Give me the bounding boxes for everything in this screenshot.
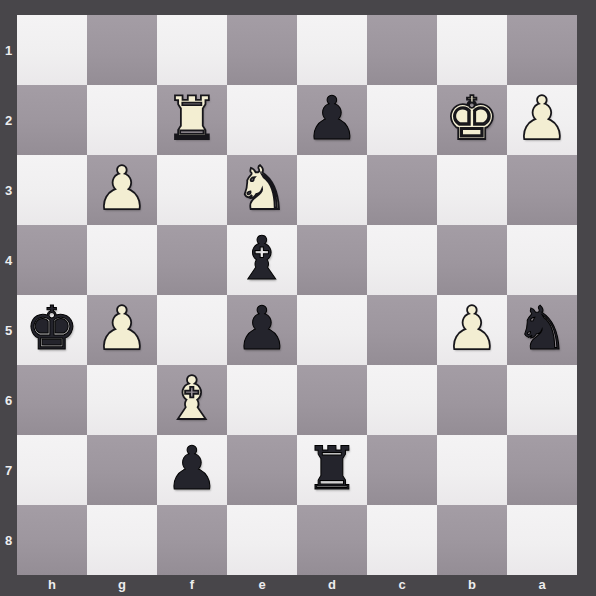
square-e7[interactable] [227,435,297,505]
piece-black-pawn-d2[interactable]: ♟ [305,88,359,148]
square-c8[interactable] [367,505,437,575]
piece-white-pawn-g3[interactable]: ♟ [95,158,149,218]
rank-label-4: 4 [0,225,17,295]
square-c3[interactable] [367,155,437,225]
square-c5[interactable] [367,295,437,365]
piece-black-pawn-f7[interactable]: ♟ [165,438,219,498]
square-g7[interactable] [87,435,157,505]
square-g5[interactable]: ♟ [87,295,157,365]
square-f2[interactable]: ♜ [157,85,227,155]
square-g8[interactable] [87,505,157,575]
piece-black-rook-d7[interactable]: ♜ [305,438,359,498]
square-e1[interactable] [227,15,297,85]
square-h3[interactable] [17,155,87,225]
square-a3[interactable] [507,155,577,225]
square-e8[interactable] [227,505,297,575]
square-g1[interactable] [87,15,157,85]
board-frame: 12345678 ♜♟♚♟♟♞♝♚♟♟♟♞♝♟♜ hgfedcba [0,0,596,596]
rank-label-3: 3 [0,155,17,225]
square-g6[interactable] [87,365,157,435]
square-b5[interactable]: ♟ [437,295,507,365]
square-c6[interactable] [367,365,437,435]
piece-black-bishop-e4[interactable]: ♝ [235,228,289,288]
square-h4[interactable] [17,225,87,295]
square-g3[interactable]: ♟ [87,155,157,225]
square-e4[interactable]: ♝ [227,225,297,295]
piece-black-pawn-e5[interactable]: ♟ [235,298,289,358]
square-f7[interactable]: ♟ [157,435,227,505]
square-g2[interactable] [87,85,157,155]
square-b6[interactable] [437,365,507,435]
file-label-d: d [297,575,367,596]
square-f6[interactable]: ♝ [157,365,227,435]
square-a6[interactable] [507,365,577,435]
square-a7[interactable] [507,435,577,505]
file-label-c: c [367,575,437,596]
square-d6[interactable] [297,365,367,435]
square-a8[interactable] [507,505,577,575]
rank-label-5: 5 [0,295,17,365]
file-label-g: g [87,575,157,596]
square-f5[interactable] [157,295,227,365]
square-h7[interactable] [17,435,87,505]
square-a1[interactable] [507,15,577,85]
square-d8[interactable] [297,505,367,575]
square-c2[interactable] [367,85,437,155]
piece-white-pawn-b5[interactable]: ♟ [445,298,499,358]
rank-label-6: 6 [0,365,17,435]
file-label-h: h [17,575,87,596]
square-a2[interactable]: ♟ [507,85,577,155]
file-label-e: e [227,575,297,596]
file-label-a: a [507,575,577,596]
square-b3[interactable] [437,155,507,225]
square-c7[interactable] [367,435,437,505]
square-d2[interactable]: ♟ [297,85,367,155]
board: ♜♟♚♟♟♞♝♚♟♟♟♞♝♟♜ [17,15,577,575]
square-c1[interactable] [367,15,437,85]
piece-white-bishop-f6[interactable]: ♝ [165,368,219,428]
square-e6[interactable] [227,365,297,435]
piece-white-pawn-g5[interactable]: ♟ [95,298,149,358]
square-h8[interactable] [17,505,87,575]
piece-white-pawn-a2[interactable]: ♟ [515,88,569,148]
rank-label-1: 1 [0,15,17,85]
piece-white-king-b2[interactable]: ♚ [445,88,499,148]
square-e5[interactable]: ♟ [227,295,297,365]
file-labels: hgfedcba [17,575,577,596]
piece-white-rook-f2[interactable]: ♜ [165,88,219,148]
square-c4[interactable] [367,225,437,295]
file-label-f: f [157,575,227,596]
square-d1[interactable] [297,15,367,85]
square-b7[interactable] [437,435,507,505]
piece-white-knight-e3[interactable]: ♞ [235,158,289,218]
square-f4[interactable] [157,225,227,295]
square-h1[interactable] [17,15,87,85]
rank-label-7: 7 [0,435,17,505]
square-a4[interactable] [507,225,577,295]
square-e3[interactable]: ♞ [227,155,297,225]
piece-black-king-h5[interactable]: ♚ [25,298,79,358]
square-b2[interactable]: ♚ [437,85,507,155]
square-b8[interactable] [437,505,507,575]
square-h2[interactable] [17,85,87,155]
rank-label-8: 8 [0,505,17,575]
square-f1[interactable] [157,15,227,85]
square-g4[interactable] [87,225,157,295]
piece-black-knight-a5[interactable]: ♞ [515,298,569,358]
square-d7[interactable]: ♜ [297,435,367,505]
rank-label-2: 2 [0,85,17,155]
square-a5[interactable]: ♞ [507,295,577,365]
square-e2[interactable] [227,85,297,155]
square-f3[interactable] [157,155,227,225]
square-b4[interactable] [437,225,507,295]
square-b1[interactable] [437,15,507,85]
file-label-b: b [437,575,507,596]
rank-labels: 12345678 [0,15,17,575]
square-h6[interactable] [17,365,87,435]
square-d3[interactable] [297,155,367,225]
square-f8[interactable] [157,505,227,575]
square-h5[interactable]: ♚ [17,295,87,365]
square-d5[interactable] [297,295,367,365]
square-d4[interactable] [297,225,367,295]
